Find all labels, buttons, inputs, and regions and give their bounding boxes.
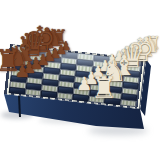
- board-square[interactable]: [9, 87, 26, 95]
- board-square[interactable]: [25, 89, 42, 97]
- board-square[interactable]: [120, 99, 137, 107]
- chess-set-photo: ♜♞♟♜♝♟♟♞♚♟♟♝♛♟♟♝♚♟♟♞♟♛♟♜♟♝♟♟♞♟♟♜: [0, 0, 160, 160]
- board-square[interactable]: [56, 92, 73, 100]
- black-pawn[interactable]: ♟: [14, 63, 29, 80]
- board-square[interactable]: [40, 90, 57, 98]
- board-square[interactable]: [72, 94, 89, 102]
- white-rook[interactable]: ♜: [91, 73, 118, 103]
